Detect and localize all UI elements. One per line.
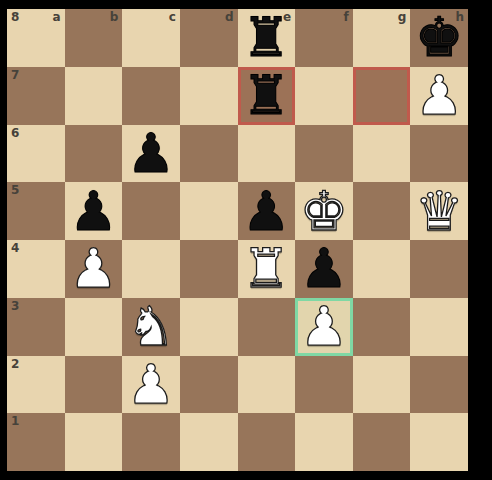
white-pawn-f3[interactable]: ♟	[300, 298, 348, 355]
square-c2[interactable]: ♟	[122, 356, 180, 414]
black-rook-e7[interactable]: ♜	[242, 67, 290, 124]
square-a1[interactable]: 1	[7, 413, 65, 471]
rank-label-8: 8	[11, 11, 19, 23]
square-e1[interactable]	[238, 413, 296, 471]
square-g4[interactable]	[353, 240, 411, 298]
square-f3[interactable]: ♟	[295, 298, 353, 356]
square-h3[interactable]	[410, 298, 468, 356]
white-queen-h5[interactable]: ♛	[415, 183, 463, 240]
square-d6[interactable]	[180, 125, 238, 183]
square-e5[interactable]: ♟	[238, 182, 296, 240]
file-label-d: d	[225, 11, 234, 23]
white-rook-e4[interactable]: ♜	[242, 240, 290, 297]
square-d5[interactable]	[180, 182, 238, 240]
square-d1[interactable]	[180, 413, 238, 471]
square-f8[interactable]: f	[295, 9, 353, 67]
rank-label-3: 3	[11, 300, 19, 312]
square-g3[interactable]	[353, 298, 411, 356]
rank-label-4: 4	[11, 242, 19, 254]
square-c1[interactable]	[122, 413, 180, 471]
file-label-h: h	[455, 11, 464, 23]
square-h1[interactable]	[410, 413, 468, 471]
square-f2[interactable]	[295, 356, 353, 414]
file-label-g: g	[398, 11, 407, 23]
white-knight-c3[interactable]: ♞	[127, 298, 175, 355]
white-pawn-h7[interactable]: ♟	[415, 67, 463, 124]
rank-label-7: 7	[11, 69, 19, 81]
square-h4[interactable]	[410, 240, 468, 298]
white-king-f5[interactable]: ♚	[300, 183, 348, 240]
square-e7[interactable]: ♜	[238, 67, 296, 125]
black-pawn-e5[interactable]: ♟	[242, 183, 290, 240]
rank-label-1: 1	[11, 415, 19, 427]
square-f5[interactable]: ♚	[295, 182, 353, 240]
square-b6[interactable]	[65, 125, 123, 183]
square-a7[interactable]: 7	[7, 67, 65, 125]
square-e6[interactable]	[238, 125, 296, 183]
square-b3[interactable]	[65, 298, 123, 356]
square-c8[interactable]: c	[122, 9, 180, 67]
square-b2[interactable]	[65, 356, 123, 414]
square-a8[interactable]: 8a	[7, 9, 65, 67]
square-a3[interactable]: 3	[7, 298, 65, 356]
square-f1[interactable]	[295, 413, 353, 471]
square-g7[interactable]	[353, 67, 411, 125]
square-f6[interactable]	[295, 125, 353, 183]
black-pawn-b5[interactable]: ♟	[69, 183, 117, 240]
square-d3[interactable]	[180, 298, 238, 356]
square-b8[interactable]: b	[65, 9, 123, 67]
rank-label-6: 6	[11, 127, 19, 139]
rank-label-2: 2	[11, 358, 19, 370]
square-c6[interactable]: ♟	[122, 125, 180, 183]
square-a2[interactable]: 2	[7, 356, 65, 414]
square-h5[interactable]: ♛	[410, 182, 468, 240]
square-d2[interactable]	[180, 356, 238, 414]
file-label-b: b	[110, 11, 119, 23]
square-h7[interactable]: ♟	[410, 67, 468, 125]
white-pawn-b4[interactable]: ♟	[69, 240, 117, 297]
square-b4[interactable]: ♟	[65, 240, 123, 298]
square-e4[interactable]: ♜	[238, 240, 296, 298]
chess-app-window: 8abcde♜fgh♚7♜♟6♟5♟♟♚♛4♟♜♟3♞♟2♟1	[0, 0, 492, 480]
square-b5[interactable]: ♟	[65, 182, 123, 240]
square-g5[interactable]	[353, 182, 411, 240]
square-f4[interactable]: ♟	[295, 240, 353, 298]
square-b7[interactable]	[65, 67, 123, 125]
square-b1[interactable]	[65, 413, 123, 471]
square-h6[interactable]	[410, 125, 468, 183]
square-c3[interactable]: ♞	[122, 298, 180, 356]
square-a6[interactable]: 6	[7, 125, 65, 183]
square-e8[interactable]: e♜	[238, 9, 296, 67]
black-pawn-c6[interactable]: ♟	[127, 125, 175, 182]
file-label-f: f	[344, 11, 349, 23]
square-c4[interactable]	[122, 240, 180, 298]
square-d4[interactable]	[180, 240, 238, 298]
square-g8[interactable]: g	[353, 9, 411, 67]
square-d8[interactable]: d	[180, 9, 238, 67]
file-label-e: e	[283, 11, 291, 23]
square-g6[interactable]	[353, 125, 411, 183]
square-e2[interactable]	[238, 356, 296, 414]
square-d7[interactable]	[180, 67, 238, 125]
square-a4[interactable]: 4	[7, 240, 65, 298]
white-pawn-c2[interactable]: ♟	[127, 356, 175, 413]
chess-board[interactable]: 8abcde♜fgh♚7♜♟6♟5♟♟♚♛4♟♜♟3♞♟2♟1	[7, 9, 468, 471]
square-h8[interactable]: h♚	[410, 9, 468, 67]
black-pawn-f4[interactable]: ♟	[300, 240, 348, 297]
square-f7[interactable]	[295, 67, 353, 125]
square-g1[interactable]	[353, 413, 411, 471]
rank-label-5: 5	[11, 184, 19, 196]
square-a5[interactable]: 5	[7, 182, 65, 240]
square-g2[interactable]	[353, 356, 411, 414]
file-label-c: c	[169, 11, 176, 23]
square-c7[interactable]	[122, 67, 180, 125]
square-e3[interactable]	[238, 298, 296, 356]
square-h2[interactable]	[410, 356, 468, 414]
file-label-a: a	[53, 11, 61, 23]
square-c5[interactable]	[122, 182, 180, 240]
